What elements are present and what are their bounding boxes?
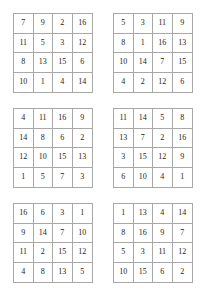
board-2-cell-r1c3: 11 [153, 14, 173, 34]
board-6-cell-r1c3: 4 [153, 204, 173, 224]
board-2-cell-r1c2: 3 [134, 14, 154, 34]
board-1-cell-r1c4: 16 [73, 14, 93, 34]
board-6-cell-r4c2: 15 [134, 263, 154, 283]
board-2-cell-r4c3: 12 [153, 73, 173, 93]
board-6-cell-r2c3: 9 [153, 224, 173, 244]
boards-container: 79216115312813156101414 5311981161310147… [13, 13, 193, 283]
board-4-cell-r4c2: 10 [134, 168, 154, 188]
board-4-cell-r1c4: 8 [173, 109, 193, 129]
board-1-cell-r4c2: 1 [34, 73, 54, 93]
board-5-cell-r3c4: 12 [73, 243, 93, 263]
board-1-cell-r3c3: 15 [53, 53, 73, 73]
board-2-cell-r1c1: 5 [114, 14, 134, 34]
board-6-cell-r3c1: 5 [114, 243, 134, 263]
board-1-cell-r3c2: 13 [34, 53, 54, 73]
board-2-cell-r3c1: 10 [114, 53, 134, 73]
board-4-cell-r2c3: 2 [153, 129, 173, 149]
board-4-cell-r1c3: 5 [153, 109, 173, 129]
board-3-cell-r3c3: 15 [53, 148, 73, 168]
board-1-cell-r2c1: 11 [14, 34, 34, 54]
board-6-cell-r2c2: 16 [134, 224, 154, 244]
board-4-cell-r2c4: 16 [173, 129, 193, 149]
board-1-cell-r4c4: 14 [73, 73, 93, 93]
board-3: 41116914862121015131573 [13, 108, 93, 188]
board-3-cell-r4c2: 5 [34, 168, 54, 188]
board-2-cell-r2c2: 1 [134, 34, 154, 54]
board-4-cell-r1c2: 14 [134, 109, 154, 129]
board-5-cell-r4c3: 13 [53, 263, 73, 283]
board-4-cell-r4c3: 4 [153, 168, 173, 188]
board-1-cell-r2c4: 12 [73, 34, 93, 54]
board-6-cell-r4c3: 6 [153, 263, 173, 283]
board-5-cell-r4c4: 5 [73, 263, 93, 283]
board-3-cell-r4c1: 1 [14, 168, 34, 188]
board-5-cell-r2c1: 9 [14, 224, 34, 244]
board-6-cell-r1c1: 1 [114, 204, 134, 224]
board-3-cell-r3c4: 13 [73, 148, 93, 168]
board-4-cell-r1c1: 11 [114, 109, 134, 129]
board-2-cell-r3c3: 7 [153, 53, 173, 73]
board-3-cell-r3c1: 12 [14, 148, 34, 168]
board-1-cell-r1c2: 9 [34, 14, 54, 34]
board-3-cell-r1c1: 4 [14, 109, 34, 129]
board-1-cell-r1c1: 7 [14, 14, 34, 34]
board-2-cell-r4c1: 4 [114, 73, 134, 93]
board-6-cell-r4c4: 2 [173, 263, 193, 283]
board-1-cell-r2c3: 3 [53, 34, 73, 54]
board-4-cell-r3c2: 15 [134, 148, 154, 168]
board-3-cell-r2c1: 14 [14, 129, 34, 149]
board-3-cell-r4c4: 3 [73, 168, 93, 188]
board-5-cell-r1c2: 6 [34, 204, 54, 224]
board-2-cell-r3c4: 15 [173, 53, 193, 73]
board-4-cell-r2c2: 7 [134, 129, 154, 149]
worksheet-page: 79216115312813156101414 5311981161310147… [0, 0, 210, 297]
board-2-cell-r2c1: 8 [114, 34, 134, 54]
board-3-cell-r1c3: 16 [53, 109, 73, 129]
board-2-cell-r2c4: 13 [173, 34, 193, 54]
board-5-cell-r2c3: 7 [53, 224, 73, 244]
board-4-cell-r3c3: 12 [153, 148, 173, 168]
board-1-cell-r3c4: 6 [73, 53, 93, 73]
board-2: 53119811613101471542126 [113, 13, 193, 93]
board-3-cell-r2c3: 6 [53, 129, 73, 149]
board-4-cell-r4c4: 1 [173, 168, 193, 188]
board-1: 79216115312813156101414 [13, 13, 93, 93]
board-6-cell-r3c3: 11 [153, 243, 173, 263]
board-4-cell-r3c4: 9 [173, 148, 193, 168]
board-3-cell-r2c4: 2 [73, 129, 93, 149]
board-5-cell-r1c4: 1 [73, 204, 93, 224]
board-6-cell-r3c2: 3 [134, 243, 154, 263]
board-4-cell-r3c1: 3 [114, 148, 134, 168]
board-6-cell-r1c2: 13 [134, 204, 154, 224]
board-6-cell-r2c1: 8 [114, 224, 134, 244]
board-5-cell-r1c3: 3 [53, 204, 73, 224]
board-4-cell-r2c1: 13 [114, 129, 134, 149]
board-2-cell-r4c2: 2 [134, 73, 154, 93]
board-5-cell-r2c4: 10 [73, 224, 93, 244]
board-6-cell-r2c4: 7 [173, 224, 193, 244]
board-3-cell-r2c2: 8 [34, 129, 54, 149]
board-2-cell-r2c3: 16 [153, 34, 173, 54]
board-3-cell-r3c2: 10 [34, 148, 54, 168]
board-6-cell-r1c4: 14 [173, 204, 193, 224]
board-2-cell-r3c2: 14 [134, 53, 154, 73]
board-1-cell-r3c1: 8 [14, 53, 34, 73]
board-4-cell-r4c1: 6 [114, 168, 134, 188]
board-6-cell-r3c4: 12 [173, 243, 193, 263]
board-5-cell-r3c2: 2 [34, 243, 54, 263]
board-5-cell-r4c2: 8 [34, 263, 54, 283]
board-5-cell-r3c3: 15 [53, 243, 73, 263]
board-3-cell-r4c3: 7 [53, 168, 73, 188]
board-6-cell-r4c1: 10 [114, 263, 134, 283]
board-2-cell-r4c4: 6 [173, 73, 193, 93]
board-3-cell-r1c2: 11 [34, 109, 54, 129]
board-5-cell-r3c1: 11 [14, 243, 34, 263]
board-2-cell-r1c4: 9 [173, 14, 193, 34]
board-1-cell-r2c2: 5 [34, 34, 54, 54]
board-5-cell-r4c1: 4 [14, 263, 34, 283]
board-1-cell-r4c1: 10 [14, 73, 34, 93]
board-5-cell-r1c1: 16 [14, 204, 34, 224]
board-6: 11341481697531112101562 [113, 203, 193, 283]
board-3-cell-r1c4: 9 [73, 109, 93, 129]
board-5-cell-r2c2: 14 [34, 224, 54, 244]
board-1-cell-r4c3: 4 [53, 73, 73, 93]
board-5: 16631914710112151248135 [13, 203, 93, 283]
board-1-cell-r1c3: 2 [53, 14, 73, 34]
board-4: 11145813721631512961041 [113, 108, 193, 188]
